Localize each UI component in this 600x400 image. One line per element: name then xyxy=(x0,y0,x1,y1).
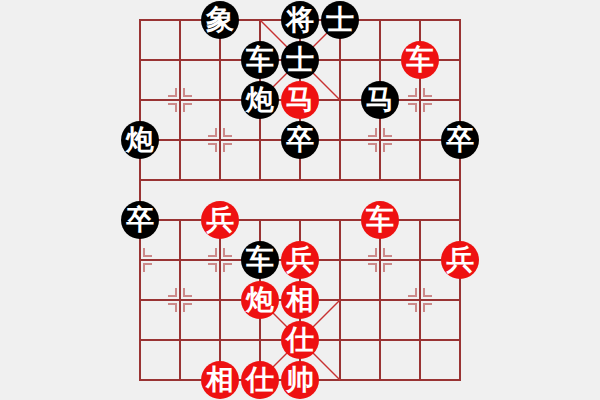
piece-black-elephant[interactable]: 象 xyxy=(201,1,239,39)
piece-black-advisor[interactable]: 士 xyxy=(321,1,359,39)
piece-red-general[interactable]: 帅 xyxy=(281,361,319,399)
piece-red-advisor[interactable]: 仕 xyxy=(281,321,319,359)
piece-red-soldier[interactable]: 兵 xyxy=(441,241,479,279)
piece-red-chariot[interactable]: 车 xyxy=(361,201,399,239)
piece-black-soldier[interactable]: 卒 xyxy=(121,201,159,239)
piece-black-chariot[interactable]: 车 xyxy=(241,41,279,79)
pieces-layer: 象将士车士车炮马马炮卒卒卒兵车车兵兵炮相仕相仕帅 xyxy=(0,0,600,400)
piece-black-horse[interactable]: 马 xyxy=(361,81,399,119)
piece-black-chariot[interactable]: 车 xyxy=(241,241,279,279)
piece-red-horse[interactable]: 马 xyxy=(281,81,319,119)
piece-red-soldier[interactable]: 兵 xyxy=(201,201,239,239)
piece-red-elephant[interactable]: 相 xyxy=(281,281,319,319)
piece-black-cannon[interactable]: 炮 xyxy=(121,121,159,159)
piece-red-advisor[interactable]: 仕 xyxy=(241,361,279,399)
piece-black-soldier[interactable]: 卒 xyxy=(441,121,479,159)
piece-red-elephant[interactable]: 相 xyxy=(201,361,239,399)
piece-black-soldier[interactable]: 卒 xyxy=(281,121,319,159)
piece-red-chariot[interactable]: 车 xyxy=(401,41,439,79)
piece-black-cannon[interactable]: 炮 xyxy=(241,81,279,119)
piece-black-general[interactable]: 将 xyxy=(281,1,319,39)
xiangqi-app-screen: 象将士车士车炮马马炮卒卒卒兵车车兵兵炮相仕相仕帅 xyxy=(0,0,600,400)
piece-red-soldier[interactable]: 兵 xyxy=(281,241,319,279)
piece-red-cannon[interactable]: 炮 xyxy=(241,281,279,319)
piece-black-advisor[interactable]: 士 xyxy=(281,41,319,79)
